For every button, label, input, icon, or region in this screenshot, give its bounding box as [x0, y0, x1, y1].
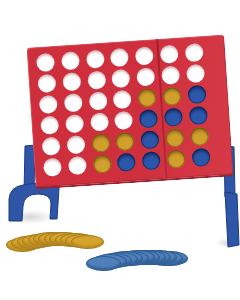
cell-r3-c5[interactable]	[134, 86, 160, 109]
cell-r3-c2[interactable]	[60, 91, 86, 114]
blue-disc	[117, 153, 136, 172]
cell-r6-c5[interactable]	[138, 150, 164, 173]
cell-r5-c2[interactable]	[63, 134, 89, 157]
cell-r6-c2[interactable]	[64, 155, 90, 178]
cell-r3-c4[interactable]	[110, 88, 136, 111]
yellow-disc	[162, 87, 181, 106]
blue-disc	[141, 130, 160, 149]
empty-hole	[161, 65, 180, 84]
cell-r2-c5[interactable]	[133, 65, 159, 88]
cell-r1-c6[interactable]	[156, 42, 182, 65]
cell-r3-c1[interactable]	[36, 93, 62, 116]
empty-hole	[40, 116, 59, 135]
empty-hole	[39, 95, 58, 114]
cell-r1-c4[interactable]	[107, 46, 133, 69]
cell-r6-c3[interactable]	[89, 153, 115, 176]
cell-r6-c4[interactable]	[114, 151, 140, 174]
empty-hole	[42, 137, 61, 156]
cell-r3-c7[interactable]	[184, 83, 210, 106]
cell-r4-c6[interactable]	[160, 106, 186, 129]
blue-disc	[139, 109, 158, 128]
cell-r2-c6[interactable]	[158, 64, 184, 87]
empty-hole	[87, 70, 106, 89]
cell-r2-c1[interactable]	[34, 72, 60, 95]
cell-r4-c3[interactable]	[86, 111, 112, 134]
empty-hole	[43, 158, 62, 177]
empty-hole	[38, 74, 57, 93]
cell-r5-c3[interactable]	[88, 132, 114, 155]
cell-r4-c5[interactable]	[136, 107, 162, 130]
cell-r1-c5[interactable]	[131, 44, 157, 67]
tray-blue-disc	[86, 256, 121, 271]
empty-hole	[65, 114, 84, 133]
blue-disc	[187, 85, 206, 104]
empty-hole	[114, 111, 133, 130]
empty-hole	[61, 51, 80, 70]
cell-r1-c3[interactable]	[82, 47, 108, 70]
cell-r5-c5[interactable]	[137, 129, 163, 152]
empty-hole	[113, 90, 132, 109]
cell-r5-c1[interactable]	[38, 135, 64, 158]
cell-r6-c7[interactable]	[188, 146, 214, 169]
yellow-disc	[116, 132, 135, 151]
empty-hole	[184, 43, 203, 62]
empty-hole	[112, 69, 131, 88]
yellow-disc	[91, 134, 110, 153]
cell-r2-c2[interactable]	[59, 70, 85, 93]
cell-r3-c3[interactable]	[85, 90, 111, 113]
empty-hole	[64, 93, 83, 112]
yellow-disc	[167, 150, 186, 169]
cell-r5-c4[interactable]	[112, 130, 138, 153]
empty-hole	[36, 52, 55, 71]
cell-r2-c3[interactable]	[84, 69, 110, 92]
empty-hole	[90, 113, 109, 132]
empty-hole	[88, 91, 107, 110]
cell-r5-c6[interactable]	[162, 127, 188, 150]
blue-disc-tray	[86, 246, 194, 274]
cell-r4-c7[interactable]	[185, 104, 211, 127]
connect-four-board	[27, 35, 234, 190]
empty-hole	[67, 135, 86, 154]
cell-r3-c6[interactable]	[159, 85, 185, 108]
yellow-disc	[138, 88, 157, 107]
cell-r2-c4[interactable]	[108, 67, 134, 90]
cell-r4-c2[interactable]	[62, 112, 88, 135]
cell-r4-c4[interactable]	[111, 109, 137, 132]
empty-hole	[62, 72, 81, 91]
empty-hole	[186, 64, 205, 83]
cell-r4-c1[interactable]	[37, 114, 63, 137]
cell-r6-c6[interactable]	[163, 148, 189, 171]
cell-r1-c7[interactable]	[181, 41, 207, 64]
cell-r5-c7[interactable]	[186, 125, 212, 148]
empty-hole	[68, 156, 87, 175]
blue-disc	[191, 148, 210, 167]
empty-hole	[136, 67, 155, 86]
blue-disc	[188, 106, 207, 125]
cell-r6-c1[interactable]	[40, 156, 66, 179]
empty-hole	[110, 48, 129, 67]
cell-r2-c7[interactable]	[182, 62, 208, 85]
yellow-disc	[165, 129, 184, 148]
cell-r1-c1[interactable]	[33, 51, 59, 74]
yellow-disc	[93, 155, 112, 174]
connect-four-product-scene	[0, 0, 240, 300]
empty-hole	[135, 46, 154, 65]
right-stand-lower	[225, 192, 239, 247]
empty-hole	[86, 49, 105, 68]
blue-disc	[142, 152, 161, 171]
yellow-disc	[190, 127, 209, 146]
blue-disc	[164, 108, 183, 127]
cell-r1-c2[interactable]	[57, 49, 83, 72]
empty-hole	[160, 44, 179, 63]
